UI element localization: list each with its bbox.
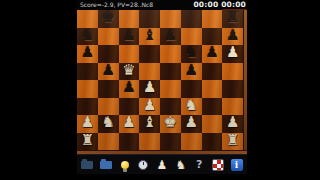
square-b5[interactable]: ♟ xyxy=(98,63,119,81)
screen-background: Score=-2.9, PV=28..Nc8 00:00 00:00 ♚♜♞♟♝… xyxy=(0,0,320,180)
piece-white-pawn: ♟ xyxy=(143,98,156,113)
help-question-icon[interactable]: ? xyxy=(191,157,207,173)
square-h1[interactable]: ♜ xyxy=(222,133,243,151)
square-f1[interactable] xyxy=(181,133,202,151)
files-folder-icon[interactable] xyxy=(79,157,95,173)
piece-black-pawn: ♟ xyxy=(205,45,218,60)
square-f8[interactable] xyxy=(181,10,202,28)
square-b7[interactable] xyxy=(98,28,119,46)
square-a5[interactable] xyxy=(77,63,98,81)
board-frame-right xyxy=(243,10,247,154)
square-g2[interactable] xyxy=(202,115,223,133)
piece-white-knight: ♞ xyxy=(184,98,197,113)
chess-app: Score=-2.9, PV=28..Nc8 00:00 00:00 ♚♜♞♟♝… xyxy=(77,0,247,180)
clock-icon-glyph xyxy=(138,160,148,170)
square-g3[interactable] xyxy=(202,98,223,116)
piece-white-knight: ♞ xyxy=(101,115,114,130)
open-folder-icon[interactable] xyxy=(98,157,114,173)
piece-white-pawn: ♟ xyxy=(184,115,197,130)
square-h6[interactable]: ♟ xyxy=(222,45,243,63)
piece-black-knight: ♞ xyxy=(81,28,94,43)
square-c1[interactable] xyxy=(119,133,140,151)
white-pawn-icon[interactable]: ♟ xyxy=(154,157,170,173)
square-b4[interactable] xyxy=(98,80,119,98)
piece-white-pawn: ♟ xyxy=(226,115,239,130)
piece-black-rook: ♜ xyxy=(226,10,239,25)
square-g1[interactable] xyxy=(202,133,223,151)
white-pawn-icon-glyph: ♟ xyxy=(157,158,168,172)
white-knight-icon-glyph: ♞ xyxy=(175,158,186,172)
square-e1[interactable] xyxy=(160,133,181,151)
hint-lightbulb-icon[interactable] xyxy=(117,157,133,173)
square-e5[interactable] xyxy=(160,63,181,81)
square-e6[interactable] xyxy=(160,45,181,63)
files-folder-icon-glyph xyxy=(81,161,93,169)
piece-white-pawn: ♟ xyxy=(81,115,94,130)
clock-icon[interactable] xyxy=(135,157,151,173)
hint-lightbulb-icon-glyph xyxy=(121,161,129,169)
info-icon-glyph: i xyxy=(231,159,243,171)
square-b1[interactable] xyxy=(98,133,119,151)
piece-white-rook: ♜ xyxy=(81,133,94,148)
square-c2[interactable]: ♟ xyxy=(119,115,140,133)
board-area: ♚♜♞♟♝♟♟♟♞♟♟♟♛♟♟♟♟♞♟♞♟♝♚♟♟♜♜ xyxy=(77,10,247,154)
square-e7[interactable]: ♟ xyxy=(160,28,181,46)
square-b2[interactable]: ♞ xyxy=(98,115,119,133)
square-g4[interactable] xyxy=(202,80,223,98)
square-f2[interactable]: ♟ xyxy=(181,115,202,133)
square-c4[interactable]: ♟ xyxy=(119,80,140,98)
square-e4[interactable] xyxy=(160,80,181,98)
square-d7[interactable]: ♝ xyxy=(139,28,160,46)
square-g5[interactable] xyxy=(202,63,223,81)
piece-black-pawn: ♟ xyxy=(81,45,94,60)
white-clock: 00:00 xyxy=(193,0,218,9)
square-e2[interactable]: ♚ xyxy=(160,115,181,133)
square-g6[interactable]: ♟ xyxy=(202,45,223,63)
piece-black-king: ♚ xyxy=(101,10,114,25)
square-a6[interactable]: ♟ xyxy=(77,45,98,63)
info-icon[interactable]: i xyxy=(229,157,245,173)
piece-black-knight: ♞ xyxy=(184,45,197,60)
square-g8[interactable] xyxy=(202,10,223,28)
square-h5[interactable] xyxy=(222,63,243,81)
white-knight-icon[interactable]: ♞ xyxy=(173,157,189,173)
piece-black-pawn: ♟ xyxy=(122,28,135,43)
piece-black-pawn: ♟ xyxy=(122,80,135,95)
open-folder-icon-glyph xyxy=(100,161,112,169)
square-b8[interactable]: ♚ xyxy=(98,10,119,28)
piece-black-pawn: ♟ xyxy=(226,28,239,43)
piece-white-pawn: ♟ xyxy=(143,80,156,95)
square-f5[interactable]: ♟ xyxy=(181,63,202,81)
square-a1[interactable]: ♜ xyxy=(77,133,98,151)
square-d1[interactable] xyxy=(139,133,160,151)
pattern-checker-icon-glyph xyxy=(212,159,224,171)
piece-black-pawn: ♟ xyxy=(101,63,114,78)
piece-white-pawn: ♟ xyxy=(122,115,135,130)
bottom-toolbar: ♟♞?i xyxy=(77,154,247,174)
engine-analysis-text: Score=-2.9, PV=28..Nc8 xyxy=(80,1,153,8)
square-h4[interactable] xyxy=(222,80,243,98)
square-d6[interactable] xyxy=(139,45,160,63)
square-c7[interactable]: ♟ xyxy=(119,28,140,46)
piece-black-pawn: ♟ xyxy=(184,63,197,78)
piece-white-bishop: ♝ xyxy=(143,115,156,130)
help-question-icon-glyph: ? xyxy=(196,158,202,171)
piece-black-bishop: ♝ xyxy=(143,28,156,43)
chess-board[interactable]: ♚♜♞♟♝♟♟♟♞♟♟♟♛♟♟♟♟♞♟♞♟♝♚♟♟♜♜ xyxy=(77,10,243,150)
piece-black-pawn: ♟ xyxy=(164,28,177,43)
piece-white-queen: ♛ xyxy=(122,63,135,78)
square-a4[interactable] xyxy=(77,80,98,98)
piece-white-king: ♚ xyxy=(164,115,177,130)
piece-white-pawn: ♟ xyxy=(226,45,239,60)
piece-white-rook: ♜ xyxy=(226,133,239,148)
pattern-checker-icon[interactable] xyxy=(210,157,226,173)
square-d2[interactable]: ♝ xyxy=(139,115,160,133)
